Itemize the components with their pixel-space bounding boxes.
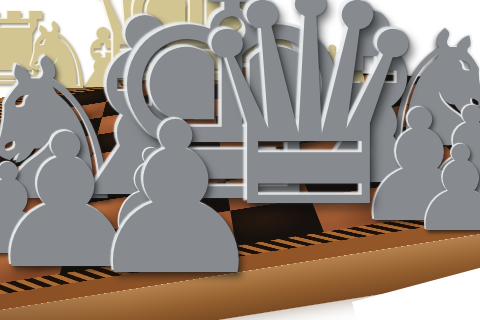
pieces-layer: ♜♞♝♛♚♟♟♟♞♟♟♟♞♝♚♛♝♞♟♟♟♟♟♟♟	[0, 0, 480, 320]
silver-pawn[interactable]: ♟	[408, 130, 480, 248]
scene: ♜♞♝♛♚♟♟♟♞♟♟♟♞♝♚♛♝♞♟♟♟♟♟♟♟	[0, 0, 480, 320]
silver-pawn[interactable]: ♟	[82, 95, 270, 305]
